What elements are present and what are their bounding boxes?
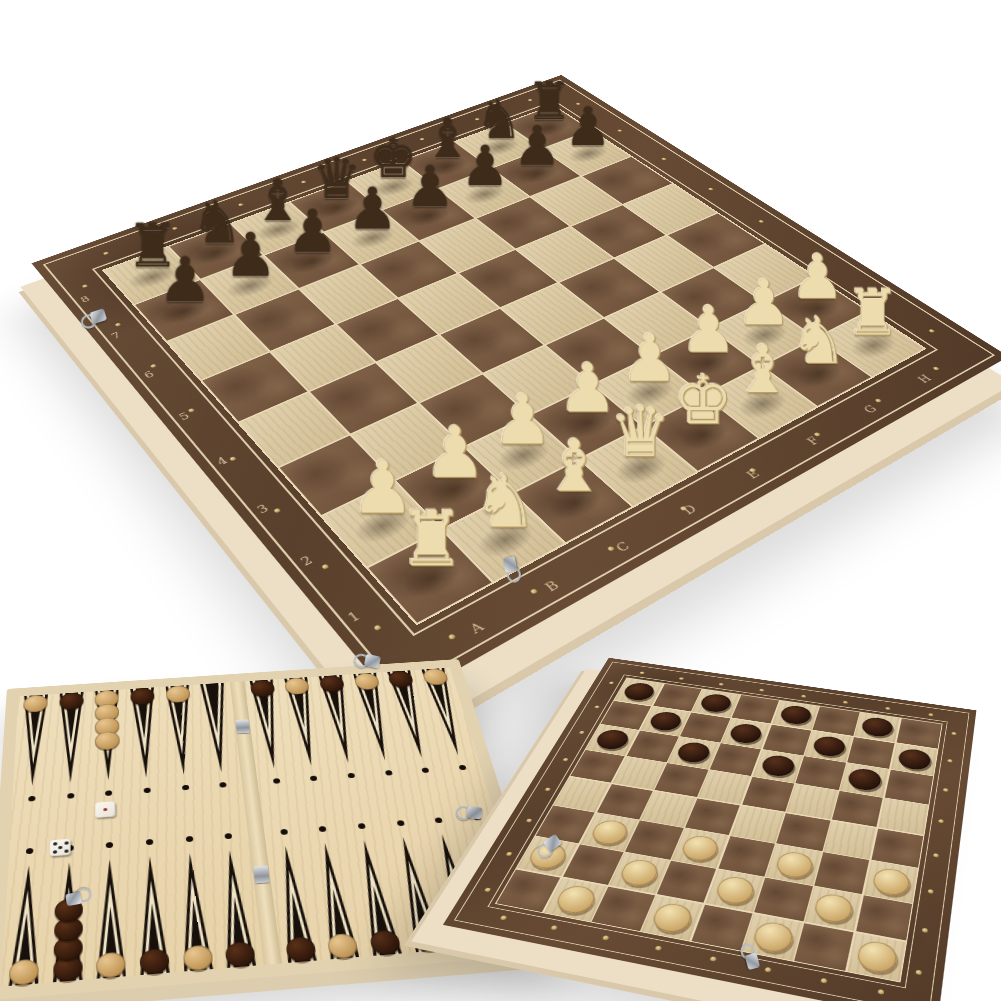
- file-label-c: C: [582, 523, 662, 572]
- checkers-square-r5c1[interactable]: [553, 777, 610, 812]
- point-marker-dot: [347, 773, 355, 779]
- light-checker[interactable]: [773, 849, 815, 879]
- white-bishop[interactable]: ♝: [733, 337, 792, 403]
- point-marker-dot: [28, 796, 35, 802]
- brass-pin-icon: [927, 889, 933, 894]
- backgammon-point[interactable]: [95, 690, 121, 781]
- checkers-square-r7c4[interactable]: [656, 861, 716, 903]
- file-label-h: H: [892, 360, 957, 397]
- dark-checker[interactable]: [846, 767, 883, 792]
- clasp-body-icon: [745, 953, 760, 971]
- brass-pin-icon: [499, 915, 507, 920]
- light-checker[interactable]: [854, 939, 898, 976]
- white-pawn[interactable]: ♟: [737, 272, 792, 335]
- die-pip-empty: [64, 845, 68, 849]
- brass-pin-icon: [448, 633, 457, 640]
- checkers-square-r6c7[interactable]: [814, 852, 869, 893]
- point-marker-dot: [105, 790, 112, 796]
- point-marker-dot: [310, 775, 318, 781]
- point-marker-dot: [106, 842, 113, 848]
- brass-pin-icon: [842, 701, 847, 704]
- brass-pin-icon: [661, 157, 667, 160]
- light-checker[interactable]: [551, 883, 598, 916]
- hinge-icon: [234, 719, 249, 733]
- white-knight[interactable]: ♞: [473, 465, 538, 539]
- checkers-square-r7c3[interactable]: [609, 853, 669, 894]
- checkers-square-r6c2[interactable]: [580, 813, 638, 851]
- brass-pin-icon: [813, 432, 821, 437]
- brass-pin-icon: [877, 989, 884, 995]
- die-pip-empty: [53, 846, 57, 850]
- backgammon-point[interactable]: [96, 858, 126, 978]
- checkers-square-r5c7[interactable]: [823, 821, 876, 860]
- dark-checker[interactable]: [727, 722, 764, 745]
- brass-pin-icon: [602, 935, 609, 940]
- light-checker[interactable]: [712, 874, 756, 906]
- brass-pin-icon: [764, 967, 771, 973]
- brass-pin-icon: [550, 925, 557, 930]
- brass-pin-icon: [639, 671, 644, 674]
- die-pip-empty: [58, 850, 62, 854]
- dark-checker[interactable]: [620, 682, 657, 702]
- brass-pin-icon: [709, 956, 716, 962]
- checkers-square-r4c6[interactable]: [786, 784, 838, 820]
- die-pip: [53, 842, 57, 846]
- point-marker-dot: [458, 765, 466, 770]
- chess-board-frame: ABCDEFGH 87654321 ♜♞♝♛♚♝♞♜♟♟♟♟♟♟♟♟♟♟♟♟♟♟…: [32, 75, 1001, 705]
- white-pawn[interactable]: ♟: [680, 298, 737, 362]
- white-bishop[interactable]: ♝: [543, 430, 606, 502]
- dark-checker[interactable]: [810, 735, 846, 758]
- point-marker-dot: [318, 826, 326, 832]
- checkers-square-r7c8[interactable]: [855, 895, 911, 940]
- point-marker-dot: [279, 829, 287, 835]
- clasp-body-icon: [65, 892, 82, 906]
- brass-pin-icon: [680, 506, 688, 512]
- brass-pin-icon: [608, 681, 614, 684]
- die-pip: [52, 850, 56, 854]
- brass-pin-icon: [273, 507, 281, 513]
- black-pawn[interactable]: ♟: [347, 180, 398, 238]
- checkers-square-r8c4[interactable]: [641, 895, 703, 940]
- die-pip: [64, 841, 68, 845]
- brass-pin-icon: [578, 731, 584, 734]
- clasp-body-icon: [89, 308, 107, 324]
- die-pip: [103, 808, 107, 811]
- brass-pin-icon: [188, 408, 195, 413]
- hinge-icon: [252, 866, 269, 884]
- dark-checker[interactable]: [674, 741, 712, 765]
- backgammon-point[interactable]: [284, 677, 324, 766]
- backgammon-point[interactable]: [136, 855, 170, 975]
- dark-checker[interactable]: [778, 704, 813, 726]
- brass-pin-icon: [759, 689, 764, 692]
- die-pip-empty: [98, 804, 102, 807]
- point-marker-dot: [421, 767, 429, 773]
- checkers-grid: [494, 678, 942, 983]
- backgammon-light-checker[interactable]: [95, 731, 120, 751]
- checkers-square-r8c3[interactable]: [591, 887, 654, 932]
- brass-pin-icon: [915, 970, 922, 976]
- black-pawn[interactable]: ♟: [158, 249, 212, 311]
- brass-pin-icon: [718, 683, 723, 686]
- die-pip: [58, 846, 62, 850]
- checkers-square-r6c3[interactable]: [625, 821, 683, 860]
- white-king[interactable]: ♚: [673, 366, 733, 434]
- brass-pin-icon: [708, 188, 714, 191]
- rank-label-4: 4: [199, 436, 246, 486]
- die-showing-5[interactable]: [50, 839, 71, 857]
- dark-checker[interactable]: [592, 728, 631, 751]
- product-photo-canvas: { "game": "3-in-1 wooden game compendium…: [0, 0, 1001, 1001]
- checkers-square-r7c6[interactable]: [754, 878, 812, 922]
- brass-pin-icon: [678, 677, 683, 680]
- checkers-square-r6c6[interactable]: [765, 844, 821, 885]
- backgammon-point[interactable]: [8, 864, 42, 985]
- chess-board-3d: ABCDEFGH 87654321 ♜♞♝♛♚♝♞♜♟♟♟♟♟♟♟♟♟♟♟♟♟♟…: [32, 75, 1001, 705]
- brass-pin-icon: [800, 695, 805, 698]
- point-marker-dot: [272, 778, 280, 784]
- dark-checker[interactable]: [698, 693, 734, 714]
- point-marker-dot: [143, 787, 150, 793]
- checkers-square-r4c7[interactable]: [832, 791, 883, 827]
- checkers-scene: [468, 590, 1001, 1001]
- file-label-d: D: [651, 487, 728, 533]
- brass-pin-icon: [942, 788, 947, 792]
- brass-pin-icon: [525, 818, 532, 822]
- backgammon-point[interactable]: [19, 694, 48, 786]
- backgammon-point[interactable]: [176, 852, 213, 971]
- dark-checker[interactable]: [759, 754, 797, 779]
- checkers-square-r5c8[interactable]: [871, 828, 923, 867]
- brass-pin-icon: [321, 563, 329, 569]
- checkers-square-r5c5[interactable]: [730, 806, 784, 843]
- backgammon-point[interactable]: [311, 842, 359, 959]
- light-checker[interactable]: [649, 901, 695, 935]
- brass-pin-icon: [928, 713, 933, 716]
- clasp-body-icon: [466, 806, 483, 820]
- die-pip-empty: [98, 808, 102, 811]
- white-pawn[interactable]: ♟: [791, 247, 845, 308]
- point-marker-dot: [145, 839, 152, 845]
- brass-pin-icon: [607, 546, 615, 552]
- brass-pin-icon: [928, 329, 935, 333]
- brass-pin-icon: [933, 853, 939, 858]
- checkers-square-r4c8[interactable]: [878, 798, 928, 835]
- brass-pin-icon: [947, 759, 952, 763]
- file-label-g: G: [836, 390, 904, 429]
- brass-pin-icon: [885, 707, 890, 710]
- die-showing-1[interactable]: [95, 801, 115, 818]
- white-rook[interactable]: ♜: [398, 502, 465, 578]
- checkers-square-r6c8[interactable]: [863, 861, 917, 903]
- rank-label-6: 6: [128, 353, 170, 396]
- point-marker-dot: [357, 823, 365, 829]
- checkers-square-r7c2[interactable]: [562, 844, 623, 885]
- brass-pin-icon: [103, 251, 109, 255]
- point-marker-dot: [26, 848, 34, 854]
- backgammon-point[interactable]: [130, 687, 159, 778]
- brass-pin-icon: [229, 456, 237, 461]
- backgammon-clasp-right-mid-icon[interactable]: [455, 802, 483, 821]
- die-pip-empty: [109, 812, 113, 815]
- brass-pin-icon: [594, 705, 600, 708]
- point-marker-dot: [185, 836, 193, 842]
- black-pawn[interactable]: ♟: [405, 159, 455, 215]
- brass-pin-icon: [655, 946, 662, 951]
- brass-pin-icon: [530, 588, 538, 594]
- brass-pin-icon: [82, 284, 88, 288]
- point-marker-dot: [219, 782, 226, 788]
- white-knight[interactable]: ♞: [790, 308, 847, 373]
- backgammon-point[interactable]: [165, 685, 196, 776]
- point-marker-dot: [384, 770, 392, 776]
- rank-label-5: 5: [162, 393, 206, 440]
- backgammon-point[interactable]: [52, 861, 82, 982]
- brass-pin-icon: [938, 819, 944, 823]
- point-marker-dot: [434, 817, 442, 823]
- point-marker-dot: [181, 785, 188, 791]
- black-pawn[interactable]: ♟: [514, 119, 562, 173]
- brass-pin-icon: [115, 323, 122, 327]
- die-pip-empty: [58, 841, 62, 845]
- brass-pin-icon: [820, 978, 827, 984]
- white-queen[interactable]: ♛: [610, 397, 672, 467]
- file-label-b: B: [509, 561, 593, 613]
- die-pip: [64, 850, 68, 854]
- die-pip-empty: [108, 808, 112, 811]
- checkers-square-r6c5[interactable]: [718, 836, 774, 876]
- rank-label-1: 1: [325, 586, 383, 649]
- checkers-square-r8c1[interactable]: [496, 869, 560, 912]
- checkers-square-r5c6[interactable]: [776, 813, 830, 851]
- file-label-f: F: [778, 420, 848, 461]
- rank-label-2: 2: [280, 532, 334, 590]
- backgammon-point[interactable]: [318, 675, 360, 764]
- checkers-square-r6c4[interactable]: [671, 828, 728, 867]
- backgammon-point[interactable]: [249, 679, 286, 769]
- brass-pin-icon: [544, 787, 550, 791]
- brass-pin-icon: [748, 468, 756, 473]
- light-checker[interactable]: [617, 858, 662, 889]
- light-checker[interactable]: [587, 818, 631, 846]
- backgammon-point[interactable]: [216, 849, 256, 968]
- die-pip-empty: [98, 812, 102, 815]
- brass-pin-icon: [361, 159, 367, 162]
- brass-pin-icon: [505, 852, 512, 857]
- checkers-square-r8c7[interactable]: [794, 923, 854, 971]
- rank-label-3: 3: [238, 482, 289, 536]
- brass-pin-icon: [484, 887, 491, 892]
- white-pawn[interactable]: ♟: [621, 326, 679, 392]
- dark-checker[interactable]: [860, 716, 894, 738]
- point-marker-dot: [396, 820, 404, 826]
- black-pawn[interactable]: ♟: [224, 225, 277, 285]
- die-pip-empty: [103, 804, 107, 807]
- brass-pin-icon: [150, 364, 157, 369]
- black-pawn[interactable]: ♟: [565, 100, 612, 153]
- point-marker-dot: [224, 833, 232, 839]
- brass-pin-icon: [758, 219, 764, 222]
- checkers-square-r8c2[interactable]: [543, 878, 607, 922]
- checkers-square-r4c5[interactable]: [741, 777, 793, 812]
- brass-pin-icon: [617, 129, 623, 132]
- brass-pin-icon: [373, 624, 382, 631]
- brass-pin-icon: [921, 928, 927, 933]
- die-pip-empty: [108, 803, 112, 806]
- backgammon-point[interactable]: [200, 683, 234, 773]
- light-checker[interactable]: [812, 892, 855, 925]
- black-pawn[interactable]: ♟: [460, 139, 509, 194]
- brass-pin-icon: [562, 758, 568, 762]
- dark-checker[interactable]: [646, 710, 683, 732]
- brass-pin-icon: [874, 398, 882, 403]
- brass-pin-icon: [951, 732, 956, 735]
- backgammon-point[interactable]: [272, 845, 317, 963]
- point-marker-dot: [67, 793, 74, 799]
- clasp-body-icon: [503, 556, 517, 573]
- light-checker[interactable]: [678, 833, 721, 862]
- chess-scene: ABCDEFGH 87654321 ♜♞♝♛♚♝♞♜♟♟♟♟♟♟♟♟♟♟♟♟♟♟…: [70, 0, 930, 708]
- black-pawn[interactable]: ♟: [287, 202, 339, 261]
- backgammon-point[interactable]: [57, 692, 83, 784]
- backgammon-left-board: [1, 682, 263, 986]
- backgammon-open-case: [0, 659, 552, 1001]
- white-rook[interactable]: ♜: [845, 281, 901, 344]
- brass-pin-icon: [933, 366, 940, 371]
- dark-checker[interactable]: [896, 747, 931, 771]
- chess-grid: ♜♞♝♛♚♝♞♜♟♟♟♟♟♟♟♟♟♟♟♟♟♟♟♟♜♞♝♛♚♝♞♜: [102, 105, 927, 626]
- checkers-square-r7c5[interactable]: [705, 869, 764, 912]
- file-label-e: E: [716, 453, 789, 497]
- die-pip-empty: [103, 812, 107, 815]
- checkers-square-r7c7[interactable]: [804, 886, 861, 931]
- checkers-square-r8c8[interactable]: [847, 933, 906, 982]
- light-checker[interactable]: [870, 866, 910, 898]
